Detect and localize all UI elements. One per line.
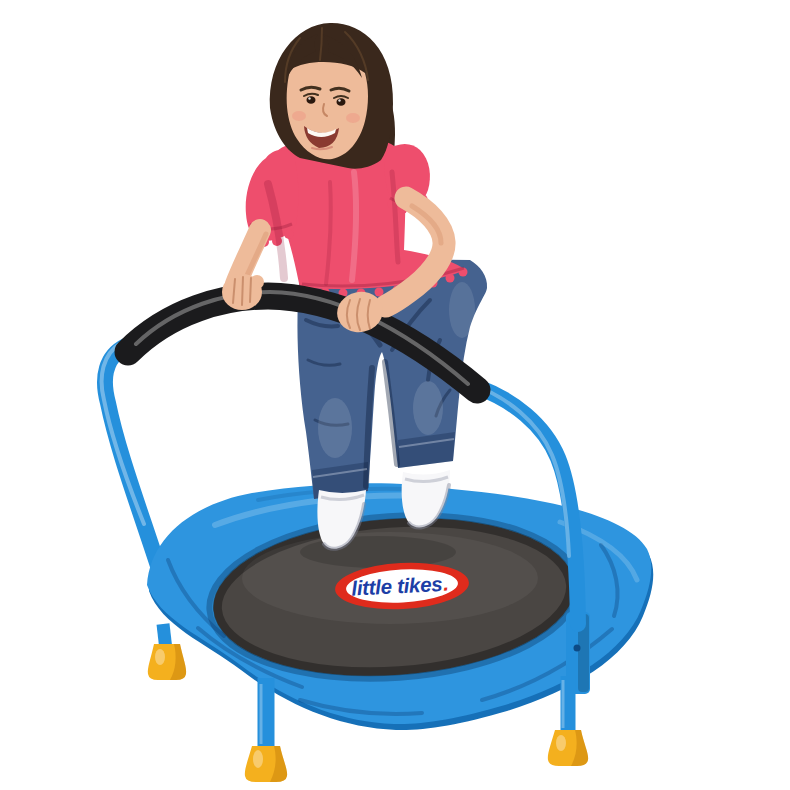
left-blush [292,111,306,121]
trampoline-center-foot [245,746,287,782]
product-photo: little tikes. [0,0,790,790]
trampoline-right-foot [548,730,588,766]
logo-text: little tikes [351,572,443,600]
right-eye [337,98,346,106]
trampoline-back-left-foot [148,644,186,680]
clamp-bolt [574,645,581,652]
left-eye [307,96,316,104]
trampoline-scene-illustration: little tikes. [0,0,790,790]
right-blush [346,113,360,123]
